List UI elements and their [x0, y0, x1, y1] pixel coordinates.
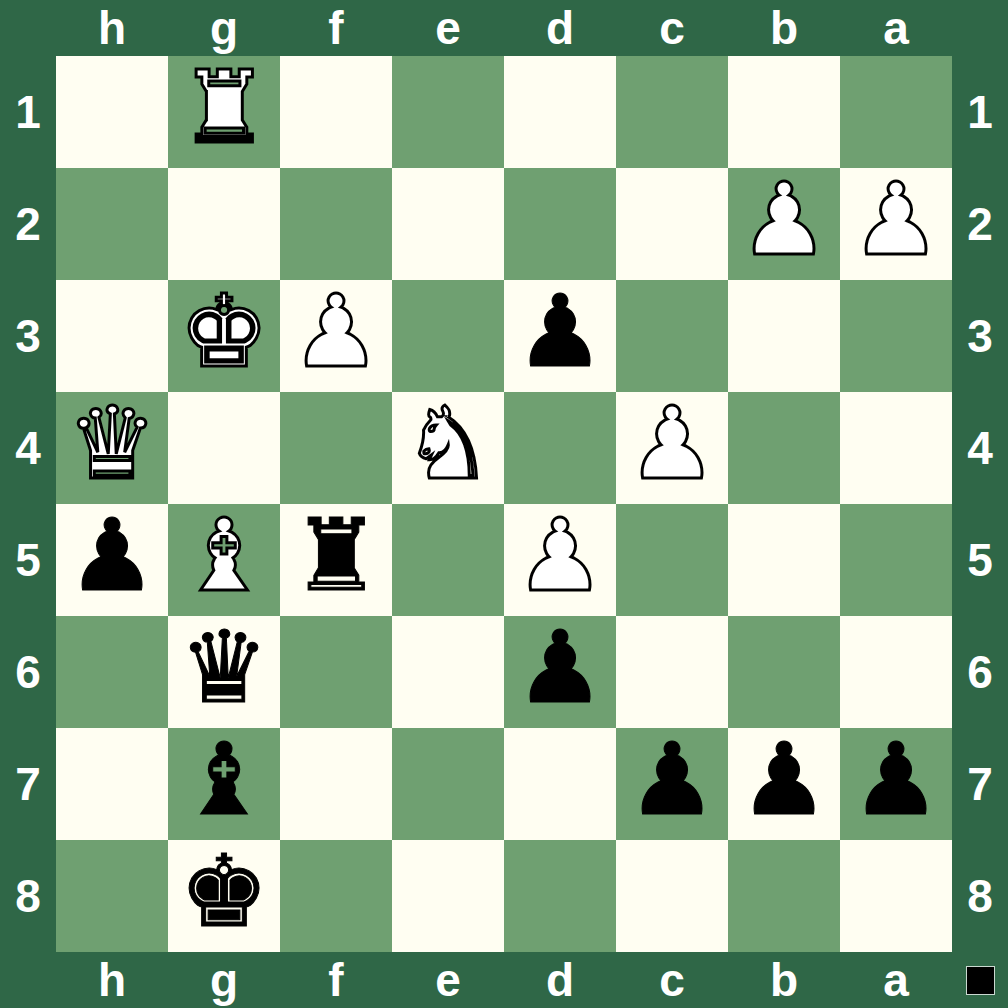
file-label-d: d	[504, 952, 616, 1008]
square-a1[interactable]	[840, 56, 952, 168]
square-d5[interactable]: ♟	[504, 504, 616, 616]
square-a6[interactable]	[840, 616, 952, 728]
rank-label-6: 6	[0, 616, 56, 728]
square-c1[interactable]	[616, 56, 728, 168]
black-to-move-indicator	[967, 967, 994, 994]
square-b1[interactable]	[728, 56, 840, 168]
rank-label-5: 5	[0, 504, 56, 616]
black-king-g8[interactable]: ♚	[179, 840, 269, 948]
rank-label-2: 2	[952, 168, 1008, 280]
square-g8[interactable]: ♚	[168, 840, 280, 952]
chess-board[interactable]: ♜♟♟♚♟♟♛♞♟♟♝♜♟♛♟♝♟♟♟♚	[56, 56, 952, 952]
rank-labels-left: 12345678	[0, 56, 56, 952]
square-c3[interactable]	[616, 280, 728, 392]
square-b5[interactable]	[728, 504, 840, 616]
square-b8[interactable]	[728, 840, 840, 952]
square-a8[interactable]	[840, 840, 952, 952]
square-d1[interactable]	[504, 56, 616, 168]
rank-label-8: 8	[952, 840, 1008, 952]
black-pawn-b7[interactable]: ♟	[739, 728, 829, 836]
square-e5[interactable]	[392, 504, 504, 616]
square-e2[interactable]	[392, 168, 504, 280]
square-f8[interactable]	[280, 840, 392, 952]
square-b3[interactable]	[728, 280, 840, 392]
black-pawn-d3[interactable]: ♟	[515, 280, 605, 388]
rank-label-1: 1	[952, 56, 1008, 168]
rank-label-3: 3	[952, 280, 1008, 392]
file-label-e: e	[392, 0, 504, 56]
black-queen-g6[interactable]: ♛	[179, 616, 269, 724]
square-h2[interactable]	[56, 168, 168, 280]
chess-board-frame: hgfedcba hgfedcba 12345678 12345678 ♜♟♟♚…	[0, 0, 1008, 1008]
square-h7[interactable]	[56, 728, 168, 840]
square-d8[interactable]	[504, 840, 616, 952]
white-bishop-g5[interactable]: ♝	[179, 504, 269, 612]
square-f4[interactable]	[280, 392, 392, 504]
square-g5[interactable]: ♝	[168, 504, 280, 616]
square-g4[interactable]	[168, 392, 280, 504]
file-label-d: d	[504, 0, 616, 56]
square-a5[interactable]	[840, 504, 952, 616]
square-f2[interactable]	[280, 168, 392, 280]
square-f1[interactable]	[280, 56, 392, 168]
square-e8[interactable]	[392, 840, 504, 952]
rank-label-3: 3	[0, 280, 56, 392]
square-f5[interactable]: ♜	[280, 504, 392, 616]
white-king-g3[interactable]: ♚	[179, 280, 269, 388]
square-e7[interactable]	[392, 728, 504, 840]
black-pawn-a7[interactable]: ♟	[851, 728, 941, 836]
square-c5[interactable]	[616, 504, 728, 616]
square-g7[interactable]: ♝	[168, 728, 280, 840]
square-a2[interactable]: ♟	[840, 168, 952, 280]
square-c6[interactable]	[616, 616, 728, 728]
square-e3[interactable]	[392, 280, 504, 392]
rank-label-2: 2	[0, 168, 56, 280]
square-b7[interactable]: ♟	[728, 728, 840, 840]
file-labels-bottom: hgfedcba	[56, 952, 952, 1008]
square-h4[interactable]: ♛	[56, 392, 168, 504]
square-b4[interactable]	[728, 392, 840, 504]
square-f3[interactable]: ♟	[280, 280, 392, 392]
rank-label-7: 7	[952, 728, 1008, 840]
square-h1[interactable]	[56, 56, 168, 168]
square-b6[interactable]	[728, 616, 840, 728]
white-pawn-b2[interactable]: ♟	[739, 168, 829, 276]
black-pawn-d6[interactable]: ♟	[515, 616, 605, 724]
rank-label-4: 4	[952, 392, 1008, 504]
square-e1[interactable]	[392, 56, 504, 168]
rank-label-1: 1	[0, 56, 56, 168]
file-label-f: f	[280, 0, 392, 56]
white-queen-h4[interactable]: ♛	[67, 392, 157, 500]
square-a3[interactable]	[840, 280, 952, 392]
black-bishop-g7[interactable]: ♝	[179, 728, 269, 836]
square-a4[interactable]	[840, 392, 952, 504]
rank-label-8: 8	[0, 840, 56, 952]
square-c8[interactable]	[616, 840, 728, 952]
file-label-a: a	[840, 0, 952, 56]
file-label-b: b	[728, 0, 840, 56]
white-pawn-a2[interactable]: ♟	[851, 168, 941, 276]
square-e4[interactable]: ♞	[392, 392, 504, 504]
square-h6[interactable]	[56, 616, 168, 728]
rank-label-5: 5	[952, 504, 1008, 616]
square-g6[interactable]: ♛	[168, 616, 280, 728]
file-label-c: c	[616, 952, 728, 1008]
file-label-e: e	[392, 952, 504, 1008]
square-d2[interactable]	[504, 168, 616, 280]
square-c7[interactable]: ♟	[616, 728, 728, 840]
rank-label-6: 6	[952, 616, 1008, 728]
square-h5[interactable]: ♟	[56, 504, 168, 616]
square-g1[interactable]: ♜	[168, 56, 280, 168]
rank-label-7: 7	[0, 728, 56, 840]
rank-label-4: 4	[0, 392, 56, 504]
white-rook-g1[interactable]: ♜	[179, 56, 269, 164]
square-d6[interactable]: ♟	[504, 616, 616, 728]
square-c4[interactable]: ♟	[616, 392, 728, 504]
white-knight-e4[interactable]: ♞	[403, 392, 493, 500]
file-label-h: h	[56, 952, 168, 1008]
black-pawn-c7[interactable]: ♟	[627, 728, 717, 836]
file-label-h: h	[56, 0, 168, 56]
square-e6[interactable]	[392, 616, 504, 728]
square-f6[interactable]	[280, 616, 392, 728]
white-pawn-d5[interactable]: ♟	[515, 504, 605, 612]
file-label-g: g	[168, 952, 280, 1008]
white-pawn-f3[interactable]: ♟	[291, 280, 381, 388]
black-pawn-h5[interactable]: ♟	[67, 504, 157, 612]
black-rook-f5[interactable]: ♜	[291, 504, 381, 612]
square-g2[interactable]	[168, 168, 280, 280]
square-f7[interactable]	[280, 728, 392, 840]
white-pawn-c4[interactable]: ♟	[627, 392, 717, 500]
square-d3[interactable]: ♟	[504, 280, 616, 392]
square-h3[interactable]	[56, 280, 168, 392]
square-d7[interactable]	[504, 728, 616, 840]
file-label-g: g	[168, 0, 280, 56]
file-label-b: b	[728, 952, 840, 1008]
square-d4[interactable]	[504, 392, 616, 504]
file-label-f: f	[280, 952, 392, 1008]
square-b2[interactable]: ♟	[728, 168, 840, 280]
square-h8[interactable]	[56, 840, 168, 952]
square-a7[interactable]: ♟	[840, 728, 952, 840]
rank-labels-right: 12345678	[952, 56, 1008, 952]
square-g3[interactable]: ♚	[168, 280, 280, 392]
file-label-a: a	[840, 952, 952, 1008]
file-label-c: c	[616, 0, 728, 56]
file-labels-top: hgfedcba	[56, 0, 952, 56]
square-c2[interactable]	[616, 168, 728, 280]
